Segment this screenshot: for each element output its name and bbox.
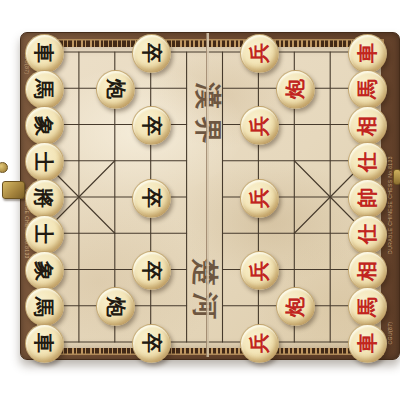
piece-black-elephant[interactable]: 象: [25, 106, 64, 145]
piece-glyph-elephant: 相: [357, 261, 377, 281]
piece-red-chariot[interactable]: 車: [348, 324, 387, 363]
piece-glyph-horse: 馬: [357, 297, 377, 317]
piece-glyph-cannon: 炮: [285, 79, 305, 99]
piece-black-general[interactable]: 將: [25, 179, 64, 218]
piece-glyph-advisor: 士: [34, 152, 54, 172]
piece-black-soldier[interactable]: 卒: [132, 179, 171, 218]
piece-red-general[interactable]: 帥: [348, 179, 387, 218]
piece-red-soldier[interactable]: 兵: [240, 106, 279, 145]
piece-red-elephant[interactable]: 相: [348, 106, 387, 145]
piece-black-advisor[interactable]: 士: [25, 215, 64, 254]
piece-red-soldier[interactable]: 兵: [240, 251, 279, 290]
piece-glyph-soldier: 兵: [249, 333, 269, 353]
piece-glyph-cannon: 炮: [285, 297, 305, 317]
piece-glyph-advisor: 仕: [357, 224, 377, 244]
piece-glyph-soldier: 卒: [142, 333, 162, 353]
piece-black-chariot[interactable]: 車: [25, 324, 64, 363]
board-fold-seam: [206, 33, 209, 357]
piece-glyph-horse: 馬: [357, 79, 377, 99]
piece-red-cannon[interactable]: 炮: [276, 70, 315, 109]
piece-black-horse[interactable]: 馬: [25, 287, 64, 326]
piece-glyph-soldier: 卒: [142, 188, 162, 208]
piece-red-elephant[interactable]: 相: [348, 251, 387, 290]
piece-glyph-horse: 馬: [34, 79, 54, 99]
piece-glyph-soldier: 卒: [142, 261, 162, 281]
piece-glyph-soldier: 兵: [249, 116, 269, 136]
piece-glyph-elephant: 象: [34, 116, 54, 136]
piece-black-soldier[interactable]: 卒: [132, 34, 171, 73]
piece-red-soldier[interactable]: 兵: [240, 34, 279, 73]
piece-red-cannon[interactable]: 炮: [276, 287, 315, 326]
piece-glyph-chariot: 車: [34, 333, 54, 353]
piece-red-soldier[interactable]: 兵: [240, 324, 279, 363]
brass-clasp-left[interactable]: [2, 181, 25, 199]
photo-stage: 漢界楚河 CGU(87) CHINESE CHESS No.8133 DURAB…: [0, 0, 400, 400]
piece-black-soldier[interactable]: 卒: [132, 106, 171, 145]
piece-red-advisor[interactable]: 仕: [348, 215, 387, 254]
piece-glyph-chariot: 車: [357, 333, 377, 353]
piece-glyph-horse: 馬: [34, 297, 54, 317]
piece-glyph-advisor: 士: [34, 224, 54, 244]
piece-red-horse[interactable]: 馬: [348, 70, 387, 109]
piece-glyph-advisor: 仕: [357, 152, 377, 172]
piece-black-advisor[interactable]: 士: [25, 142, 64, 181]
piece-black-cannon[interactable]: 炮: [96, 70, 135, 109]
board-grid-lines: [37, 47, 381, 348]
piece-glyph-soldier: 兵: [249, 261, 269, 281]
piece-glyph-cannon: 炮: [106, 79, 126, 99]
brass-clasp-knob[interactable]: [0, 162, 8, 173]
piece-black-horse[interactable]: 馬: [25, 70, 64, 109]
piece-black-elephant[interactable]: 象: [25, 251, 64, 290]
piece-glyph-cannon: 炮: [106, 297, 126, 317]
piece-red-chariot[interactable]: 車: [348, 34, 387, 73]
piece-glyph-soldier: 兵: [249, 188, 269, 208]
piece-black-chariot[interactable]: 車: [25, 34, 64, 73]
piece-glyph-soldier: 卒: [142, 116, 162, 136]
piece-red-advisor[interactable]: 仕: [348, 142, 387, 181]
piece-glyph-chariot: 車: [357, 43, 377, 63]
piece-black-soldier[interactable]: 卒: [132, 324, 171, 363]
piece-glyph-soldier: 卒: [142, 43, 162, 63]
piece-glyph-elephant: 象: [34, 261, 54, 281]
xiangqi-board-surface: [37, 47, 381, 348]
piece-black-soldier[interactable]: 卒: [132, 251, 171, 290]
piece-red-horse[interactable]: 馬: [348, 287, 387, 326]
piece-glyph-chariot: 車: [34, 43, 54, 63]
brass-hinge-pin-right: [393, 169, 400, 185]
frame-text-right-bottom: CGU(87): [387, 322, 393, 345]
piece-glyph-general: 帥: [357, 188, 377, 208]
piece-glyph-general: 將: [34, 188, 54, 208]
piece-red-soldier[interactable]: 兵: [240, 179, 279, 218]
piece-glyph-elephant: 相: [357, 116, 377, 136]
piece-glyph-soldier: 兵: [249, 43, 269, 63]
